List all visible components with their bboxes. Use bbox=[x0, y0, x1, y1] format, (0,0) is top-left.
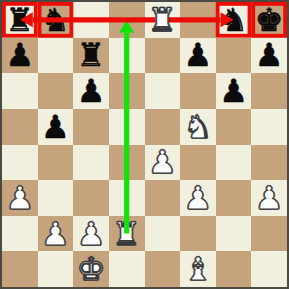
square-e3[interactable] bbox=[145, 180, 181, 216]
square-h4[interactable] bbox=[251, 145, 287, 181]
square-e4[interactable]: ♟ bbox=[145, 145, 181, 181]
piece-white-pawn[interactable]: ♟ bbox=[184, 182, 213, 214]
square-f4[interactable] bbox=[180, 145, 216, 181]
piece-white-pawn[interactable]: ♟ bbox=[255, 182, 284, 214]
square-d6[interactable] bbox=[109, 73, 145, 109]
square-a2[interactable] bbox=[2, 216, 38, 252]
square-d7[interactable] bbox=[109, 38, 145, 74]
piece-black-pawn[interactable]: ♟ bbox=[255, 39, 284, 71]
square-g4[interactable] bbox=[216, 145, 252, 181]
square-b5[interactable]: ♟ bbox=[38, 109, 74, 145]
square-h8[interactable]: ♚ bbox=[251, 2, 287, 38]
square-e8[interactable]: ♜ bbox=[145, 2, 181, 38]
square-f2[interactable] bbox=[180, 216, 216, 252]
square-g1[interactable] bbox=[216, 251, 252, 287]
square-h2[interactable] bbox=[251, 216, 287, 252]
square-g2[interactable] bbox=[216, 216, 252, 252]
square-c4[interactable] bbox=[73, 145, 109, 181]
square-h6[interactable] bbox=[251, 73, 287, 109]
square-d4[interactable] bbox=[109, 145, 145, 181]
piece-white-rook[interactable]: ♜ bbox=[148, 4, 177, 36]
piece-black-king[interactable]: ♚ bbox=[255, 4, 284, 36]
square-g7[interactable] bbox=[216, 38, 252, 74]
square-a5[interactable] bbox=[2, 109, 38, 145]
square-a8[interactable]: ♜ bbox=[2, 2, 38, 38]
piece-white-knight[interactable]: ♞ bbox=[184, 111, 213, 143]
square-c7[interactable]: ♜ bbox=[73, 38, 109, 74]
square-h3[interactable]: ♟ bbox=[251, 180, 287, 216]
piece-black-pawn[interactable]: ♟ bbox=[5, 39, 34, 71]
square-a4[interactable] bbox=[2, 145, 38, 181]
piece-white-pawn[interactable]: ♟ bbox=[77, 218, 106, 250]
square-d2[interactable]: ♜ bbox=[109, 216, 145, 252]
square-a6[interactable] bbox=[2, 73, 38, 109]
piece-white-king[interactable]: ♚ bbox=[77, 253, 106, 285]
piece-black-rook[interactable]: ♜ bbox=[77, 39, 106, 71]
square-d5[interactable] bbox=[109, 109, 145, 145]
square-c5[interactable] bbox=[73, 109, 109, 145]
piece-white-rook[interactable]: ♜ bbox=[112, 218, 141, 250]
piece-black-rook[interactable]: ♜ bbox=[5, 4, 34, 36]
piece-white-pawn[interactable]: ♟ bbox=[5, 182, 34, 214]
square-g5[interactable] bbox=[216, 109, 252, 145]
square-f7[interactable]: ♟ bbox=[180, 38, 216, 74]
square-b8[interactable]: ♞ bbox=[38, 2, 74, 38]
piece-black-knight[interactable]: ♞ bbox=[41, 4, 70, 36]
piece-black-pawn[interactable]: ♟ bbox=[41, 111, 70, 143]
square-c2[interactable]: ♟ bbox=[73, 216, 109, 252]
square-g6[interactable]: ♟ bbox=[216, 73, 252, 109]
square-e1[interactable] bbox=[145, 251, 181, 287]
chess-board: ♜♞♜♞♚♟♜♟♟♟♟♟♞♟♟♟♟♟♟♜♚♝ ♜ bbox=[0, 0, 289, 289]
square-f3[interactable]: ♟ bbox=[180, 180, 216, 216]
square-b6[interactable] bbox=[38, 73, 74, 109]
piece-white-pawn[interactable]: ♟ bbox=[41, 218, 70, 250]
square-g3[interactable] bbox=[216, 180, 252, 216]
square-e6[interactable] bbox=[145, 73, 181, 109]
piece-black-pawn[interactable]: ♟ bbox=[219, 75, 248, 107]
square-f6[interactable] bbox=[180, 73, 216, 109]
square-c6[interactable]: ♟ bbox=[73, 73, 109, 109]
board-grid: ♜♞♜♞♚♟♜♟♟♟♟♟♞♟♟♟♟♟♟♜♚♝ bbox=[2, 2, 287, 287]
square-a3[interactable]: ♟ bbox=[2, 180, 38, 216]
square-h1[interactable] bbox=[251, 251, 287, 287]
square-h5[interactable] bbox=[251, 109, 287, 145]
piece-white-bishop[interactable]: ♝ bbox=[184, 253, 213, 285]
square-b2[interactable]: ♟ bbox=[38, 216, 74, 252]
square-a7[interactable]: ♟ bbox=[2, 38, 38, 74]
square-e5[interactable] bbox=[145, 109, 181, 145]
square-d3[interactable] bbox=[109, 180, 145, 216]
piece-white-pawn[interactable]: ♟ bbox=[148, 146, 177, 178]
square-d8[interactable] bbox=[109, 2, 145, 38]
square-b3[interactable] bbox=[38, 180, 74, 216]
square-d1[interactable] bbox=[109, 251, 145, 287]
square-f1[interactable]: ♝ bbox=[180, 251, 216, 287]
piece-black-knight[interactable]: ♞ bbox=[219, 4, 248, 36]
square-c1[interactable]: ♚ bbox=[73, 251, 109, 287]
square-b7[interactable] bbox=[38, 38, 74, 74]
square-b1[interactable] bbox=[38, 251, 74, 287]
square-g8[interactable]: ♞ bbox=[216, 2, 252, 38]
square-c3[interactable] bbox=[73, 180, 109, 216]
piece-black-pawn[interactable]: ♟ bbox=[77, 75, 106, 107]
square-c8[interactable] bbox=[73, 2, 109, 38]
square-e7[interactable] bbox=[145, 38, 181, 74]
square-h7[interactable]: ♟ bbox=[251, 38, 287, 74]
square-b4[interactable] bbox=[38, 145, 74, 181]
square-e2[interactable] bbox=[145, 216, 181, 252]
square-f8[interactable] bbox=[180, 2, 216, 38]
piece-black-pawn[interactable]: ♟ bbox=[184, 39, 213, 71]
square-f5[interactable]: ♞ bbox=[180, 109, 216, 145]
square-a1[interactable] bbox=[2, 251, 38, 287]
